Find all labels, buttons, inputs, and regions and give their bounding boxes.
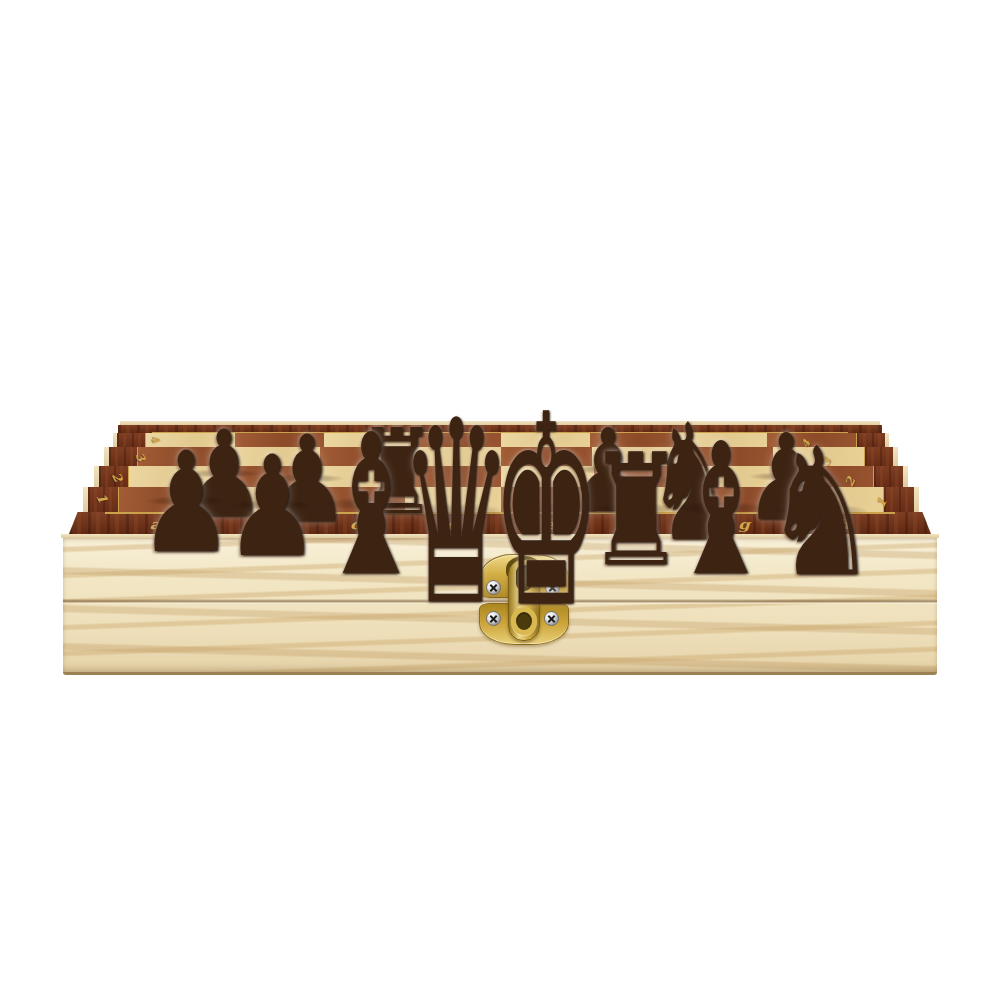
chess-box-photo: abcdefgh11223344 ♟♜♟♟♟♞♟♝♟♝♜♚♞♛	[0, 0, 1000, 1000]
